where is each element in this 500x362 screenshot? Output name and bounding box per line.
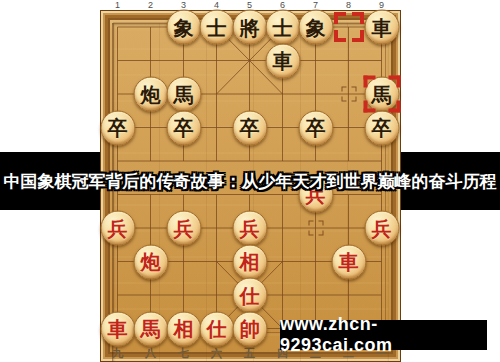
piece-glyph: 仕 (207, 319, 227, 339)
file-label-bottom: 八 (145, 346, 156, 361)
piece-red-general[interactable]: 帥 (232, 311, 267, 346)
piece-glyph: 相 (174, 319, 194, 339)
last-move-marker (334, 12, 364, 42)
piece-glyph: 車 (339, 252, 359, 272)
piece-glyph: 車 (273, 51, 293, 71)
piece-black-elephant[interactable]: 象 (298, 10, 333, 45)
piece-red-elephant[interactable]: 相 (232, 244, 267, 279)
piece-glyph: 將 (240, 17, 260, 37)
file-label-top: 6 (280, 0, 285, 10)
piece-glyph: 士 (207, 17, 227, 37)
piece-glyph: 車 (108, 319, 128, 339)
piece-black-advisor[interactable]: 士 (265, 10, 300, 45)
piece-glyph: 仕 (240, 285, 260, 305)
file-label-top: 7 (313, 0, 318, 10)
piece-glyph: 卒 (372, 118, 392, 138)
piece-glyph: 馬 (174, 84, 194, 104)
piece-black-general[interactable]: 將 (232, 10, 267, 45)
file-label-top: 1 (115, 0, 120, 10)
piece-glyph: 帥 (240, 319, 260, 339)
piece-red-soldier[interactable]: 兵 (364, 211, 399, 246)
piece-glyph: 象 (306, 17, 326, 37)
last-move-marker (363, 76, 400, 113)
point-marker (341, 87, 356, 102)
piece-red-soldier[interactable]: 兵 (100, 211, 135, 246)
piece-black-soldier[interactable]: 卒 (232, 110, 267, 145)
piece-black-soldier[interactable]: 卒 (166, 110, 201, 145)
piece-glyph: 炮 (141, 252, 161, 272)
piece-red-chariot[interactable]: 車 (100, 311, 135, 346)
page: 楚 河 汉 界 象士將士象車車炮馬馬卒卒卒卒卒兵兵兵兵兵炮相車仕車馬相仕帥 九八… (0, 0, 500, 362)
piece-glyph: 卒 (306, 118, 326, 138)
piece-black-horse[interactable]: 馬 (166, 77, 201, 112)
piece-glyph: 兵 (174, 218, 194, 238)
piece-glyph: 車 (372, 17, 392, 37)
piece-glyph: 士 (273, 17, 293, 37)
headline-banner: 中国象棋冠军背后的传奇故事：从少年天才到世界巅峰的奋斗历程 (0, 152, 500, 210)
watermark: www.zhcn-9293cai.com (280, 320, 487, 350)
piece-glyph: 兵 (372, 218, 392, 238)
file-label-bottom: 九 (112, 346, 123, 361)
piece-glyph: 馬 (141, 319, 161, 339)
file-label-bottom: 六 (211, 346, 222, 361)
piece-black-soldier[interactable]: 卒 (364, 110, 399, 145)
file-label-top: 5 (247, 0, 252, 10)
file-label-top: 8 (346, 0, 351, 10)
piece-glyph: 卒 (108, 118, 128, 138)
piece-black-soldier[interactable]: 卒 (100, 110, 135, 145)
piece-black-chariot[interactable]: 車 (364, 10, 399, 45)
piece-red-chariot[interactable]: 車 (331, 244, 366, 279)
file-label-top: 4 (214, 0, 219, 10)
piece-black-chariot[interactable]: 車 (265, 43, 300, 78)
file-label-top: 2 (148, 0, 153, 10)
piece-black-advisor[interactable]: 士 (199, 10, 234, 45)
file-label-bottom: 七 (178, 346, 189, 361)
piece-glyph: 相 (240, 252, 260, 272)
piece-glyph: 兵 (108, 218, 128, 238)
piece-red-soldier[interactable]: 兵 (166, 211, 201, 246)
piece-black-elephant[interactable]: 象 (166, 10, 201, 45)
piece-red-cannon[interactable]: 炮 (133, 244, 168, 279)
piece-glyph: 炮 (141, 84, 161, 104)
piece-red-elephant[interactable]: 相 (166, 311, 201, 346)
point-marker (308, 221, 323, 236)
piece-black-cannon[interactable]: 炮 (133, 77, 168, 112)
piece-red-soldier[interactable]: 兵 (232, 211, 267, 246)
file-label-bottom: 五 (244, 346, 255, 361)
piece-red-horse[interactable]: 馬 (133, 311, 168, 346)
piece-red-advisor[interactable]: 仕 (232, 278, 267, 313)
piece-glyph: 卒 (240, 118, 260, 138)
piece-glyph: 卒 (174, 118, 194, 138)
piece-glyph: 兵 (240, 218, 260, 238)
file-label-top: 9 (379, 0, 384, 10)
piece-black-soldier[interactable]: 卒 (298, 110, 333, 145)
file-label-top: 3 (181, 0, 186, 10)
piece-red-advisor[interactable]: 仕 (199, 311, 234, 346)
piece-glyph: 象 (174, 17, 194, 37)
